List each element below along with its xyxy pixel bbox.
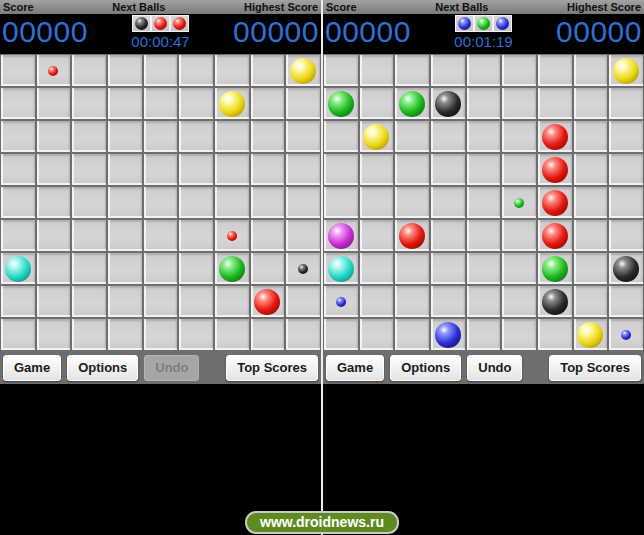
board-cell[interactable] — [431, 187, 465, 218]
board-cell[interactable] — [72, 55, 106, 86]
green-ball-big[interactable] — [542, 256, 568, 282]
board-cell[interactable] — [502, 121, 536, 152]
board-cell[interactable] — [1, 220, 35, 251]
board-cell[interactable] — [538, 220, 572, 251]
highest-score-value: 00000 — [556, 14, 642, 50]
board-cell[interactable] — [286, 286, 320, 317]
red-ball-next — [173, 17, 186, 30]
highest-score-label: Highest Score — [244, 0, 318, 14]
board-cell[interactable] — [538, 55, 572, 86]
black-ball-big[interactable] — [542, 289, 568, 315]
board-cell[interactable] — [1, 55, 35, 86]
board-cell[interactable] — [215, 253, 249, 284]
board-cell[interactable] — [538, 121, 572, 152]
board-cell[interactable] — [108, 187, 142, 218]
board-cell[interactable] — [574, 55, 608, 86]
board-cell[interactable] — [538, 187, 572, 218]
board-cell[interactable] — [72, 187, 106, 218]
yellow-ball-big[interactable] — [577, 322, 603, 348]
board-cell[interactable] — [324, 286, 358, 317]
board-cell[interactable] — [286, 55, 320, 86]
board-cell[interactable] — [251, 121, 285, 152]
highest-score-label: Highest Score — [567, 0, 641, 14]
board-cell[interactable] — [502, 253, 536, 284]
score-label: Score — [326, 0, 357, 14]
board-cell[interactable] — [360, 88, 394, 119]
board-cell[interactable] — [609, 121, 643, 152]
yellow-ball-big[interactable] — [290, 58, 316, 84]
green-ball-big[interactable] — [328, 91, 354, 117]
board-cell[interactable] — [179, 253, 213, 284]
board-cell[interactable] — [144, 154, 178, 185]
yellow-ball-big[interactable] — [613, 58, 639, 84]
board-cell[interactable] — [72, 253, 106, 284]
board-cell[interactable] — [324, 220, 358, 251]
board-cell[interactable] — [431, 253, 465, 284]
board-cell[interactable] — [144, 319, 178, 350]
board-cell[interactable] — [72, 88, 106, 119]
board-cell[interactable] — [1, 154, 35, 185]
board-cell[interactable] — [360, 55, 394, 86]
black-ball-big[interactable] — [435, 91, 461, 117]
board-cell[interactable] — [215, 286, 249, 317]
board-cell[interactable] — [431, 55, 465, 86]
board-cell[interactable] — [37, 154, 71, 185]
board-cell[interactable] — [360, 319, 394, 350]
board-cell[interactable] — [538, 88, 572, 119]
watermark-badge: www.droidnews.ru — [245, 511, 399, 534]
board-cell[interactable] — [215, 319, 249, 350]
next-balls-area: 00:00:47 — [131, 14, 189, 50]
board-cell[interactable] — [251, 286, 285, 317]
board-cell[interactable] — [431, 121, 465, 152]
button-bar: Game Options Undo Top Scores — [323, 351, 644, 384]
board-cell[interactable] — [502, 55, 536, 86]
board-cell[interactable] — [467, 286, 501, 317]
board-cell[interactable] — [538, 253, 572, 284]
board-cell[interactable] — [37, 55, 71, 86]
board-cell[interactable] — [395, 121, 429, 152]
board-cell[interactable] — [609, 253, 643, 284]
board-cell[interactable] — [395, 253, 429, 284]
board-cell[interactable] — [395, 88, 429, 119]
board-cell[interactable] — [72, 121, 106, 152]
board-cell[interactable] — [538, 286, 572, 317]
board-cell[interactable] — [286, 187, 320, 218]
next-ball-cell — [171, 16, 188, 31]
page: Score Next Balls Highest Score 00000 00:… — [0, 0, 644, 535]
board-cell[interactable] — [1, 319, 35, 350]
elapsed-time: 00:00:47 — [131, 33, 189, 50]
board-cell[interactable] — [1, 121, 35, 152]
red-ball-big[interactable] — [542, 223, 568, 249]
score-value: 00000 — [2, 14, 88, 50]
blue-ball-small[interactable] — [621, 330, 631, 340]
board-cell[interactable] — [502, 319, 536, 350]
board-cell[interactable] — [144, 220, 178, 251]
board-cell[interactable] — [324, 88, 358, 119]
board-cell[interactable] — [108, 319, 142, 350]
yellow-ball-big[interactable] — [219, 91, 245, 117]
board-cell[interactable] — [324, 154, 358, 185]
board-cell[interactable] — [395, 187, 429, 218]
board-cell[interactable] — [251, 88, 285, 119]
red-ball-next — [154, 17, 167, 30]
board-cell[interactable] — [609, 286, 643, 317]
board-cell[interactable] — [467, 88, 501, 119]
board-cell[interactable] — [1, 187, 35, 218]
red-ball-big[interactable] — [542, 124, 568, 150]
board-cell[interactable] — [286, 220, 320, 251]
board-cell[interactable] — [502, 88, 536, 119]
board-cell[interactable] — [502, 286, 536, 317]
next-ball-cell — [456, 16, 473, 31]
black-ball-big[interactable] — [613, 256, 639, 282]
board-cell[interactable] — [144, 55, 178, 86]
yellow-ball-big[interactable] — [363, 124, 389, 150]
next-balls-label: Next Balls — [112, 0, 165, 14]
board-cell[interactable] — [108, 55, 142, 86]
board-cell[interactable] — [215, 121, 249, 152]
board-cell[interactable] — [144, 187, 178, 218]
board-cell[interactable] — [37, 286, 71, 317]
board-cell[interactable] — [360, 121, 394, 152]
board-cell[interactable] — [467, 319, 501, 350]
board-cell[interactable] — [574, 88, 608, 119]
board-cell[interactable] — [360, 220, 394, 251]
board-cell[interactable] — [251, 220, 285, 251]
red-ball-small[interactable] — [227, 231, 237, 241]
board-cell[interactable] — [431, 88, 465, 119]
game-button[interactable]: Game — [326, 355, 384, 381]
board-cell[interactable] — [286, 319, 320, 350]
board-cell[interactable] — [251, 154, 285, 185]
board-cell[interactable] — [215, 55, 249, 86]
score-bar: 00000 00:00:47 00000 — [0, 14, 321, 54]
board-cell[interactable] — [467, 253, 501, 284]
red-ball-big[interactable] — [542, 190, 568, 216]
blue-ball-next — [496, 17, 509, 30]
board-cell[interactable] — [1, 286, 35, 317]
board-cell[interactable] — [144, 253, 178, 284]
undo-button[interactable]: Undo — [144, 355, 199, 381]
board-cell[interactable] — [215, 88, 249, 119]
board-cell[interactable] — [395, 154, 429, 185]
board-cell[interactable] — [144, 286, 178, 317]
board-cell[interactable] — [395, 286, 429, 317]
game-board[interactable] — [0, 54, 321, 351]
board-cell[interactable] — [467, 187, 501, 218]
red-ball-big[interactable] — [399, 223, 425, 249]
board-cell[interactable] — [37, 253, 71, 284]
board-cell[interactable] — [431, 154, 465, 185]
board-cell[interactable] — [395, 319, 429, 350]
board-cell[interactable] — [360, 253, 394, 284]
board-cell[interactable] — [286, 121, 320, 152]
top-scores-button[interactable]: Top Scores — [226, 355, 318, 381]
board-cell[interactable] — [179, 121, 213, 152]
next-balls-tray — [455, 15, 512, 32]
board-cell[interactable] — [609, 220, 643, 251]
board-cell[interactable] — [179, 187, 213, 218]
next-balls-tray — [132, 15, 189, 32]
board-cell[interactable] — [431, 319, 465, 350]
board-cell[interactable] — [467, 154, 501, 185]
board-cell[interactable] — [72, 286, 106, 317]
board-cell[interactable] — [179, 154, 213, 185]
board-cell[interactable] — [324, 121, 358, 152]
board-cell[interactable] — [108, 220, 142, 251]
options-button[interactable]: Options — [390, 355, 461, 381]
black-ball-next — [135, 17, 148, 30]
board-cell[interactable] — [286, 253, 320, 284]
header-bar: Score Next Balls Highest Score — [0, 0, 321, 14]
header-bar: Score Next Balls Highest Score — [323, 0, 644, 14]
board-cell[interactable] — [37, 88, 71, 119]
options-button[interactable]: Options — [67, 355, 138, 381]
next-ball-cell — [133, 16, 150, 31]
board-cell[interactable] — [179, 55, 213, 86]
board-cell[interactable] — [502, 220, 536, 251]
board-cell[interactable] — [37, 220, 71, 251]
board-cell[interactable] — [609, 55, 643, 86]
board-cell[interactable] — [37, 187, 71, 218]
game-panel-right: Score Next Balls Highest Score 00000 00:… — [323, 0, 644, 535]
board-cell[interactable] — [286, 88, 320, 119]
board-cell[interactable] — [609, 88, 643, 119]
next-ball-cell — [475, 16, 492, 31]
green-ball-next — [477, 17, 490, 30]
board-cell[interactable] — [251, 253, 285, 284]
green-ball-big[interactable] — [399, 91, 425, 117]
board-cell[interactable] — [37, 319, 71, 350]
board-cell[interactable] — [215, 220, 249, 251]
game-board[interactable] — [323, 54, 644, 351]
board-cell[interactable] — [179, 286, 213, 317]
next-ball-cell — [494, 16, 511, 31]
panel-divider — [321, 0, 323, 535]
board-cell[interactable] — [144, 121, 178, 152]
score-bar: 00000 00:01:19 00000 — [323, 14, 644, 54]
board-cell[interactable] — [609, 187, 643, 218]
board-cell[interactable] — [609, 319, 643, 350]
game-panel-left: Score Next Balls Highest Score 00000 00:… — [0, 0, 321, 535]
undo-button[interactable]: Undo — [467, 355, 522, 381]
board-cell[interactable] — [324, 55, 358, 86]
board-cell[interactable] — [538, 154, 572, 185]
board-cell[interactable] — [574, 121, 608, 152]
board-cell[interactable] — [286, 154, 320, 185]
score-value: 00000 — [325, 14, 411, 50]
next-balls-area: 00:01:19 — [454, 14, 512, 50]
board-cell[interactable] — [251, 319, 285, 350]
board-cell[interactable] — [251, 55, 285, 86]
board-cell[interactable] — [324, 319, 358, 350]
board-cell[interactable] — [502, 187, 536, 218]
red-ball-big[interactable] — [254, 289, 280, 315]
score-label: Score — [3, 0, 34, 14]
green-ball-small[interactable] — [514, 198, 524, 208]
game-button[interactable]: Game — [3, 355, 61, 381]
cyan-ball-big[interactable] — [5, 256, 31, 282]
button-bar: Game Options Undo Top Scores — [0, 351, 321, 384]
blue-ball-next — [458, 17, 471, 30]
board-cell[interactable] — [37, 121, 71, 152]
board-cell[interactable] — [72, 220, 106, 251]
board-cell[interactable] — [574, 286, 608, 317]
board-cell[interactable] — [108, 286, 142, 317]
board-cell[interactable] — [179, 220, 213, 251]
board-cell[interactable] — [108, 121, 142, 152]
board-cell[interactable] — [1, 88, 35, 119]
board-cell[interactable] — [360, 187, 394, 218]
board-cell[interactable] — [574, 187, 608, 218]
board-cell[interactable] — [215, 187, 249, 218]
board-cell[interactable] — [179, 319, 213, 350]
elapsed-time: 00:01:19 — [454, 33, 512, 50]
board-cell[interactable] — [395, 220, 429, 251]
blue-ball-big[interactable] — [435, 322, 461, 348]
board-cell[interactable] — [108, 88, 142, 119]
board-cell[interactable] — [108, 253, 142, 284]
board-cell[interactable] — [1, 253, 35, 284]
cyan-ball-big[interactable] — [328, 256, 354, 282]
board-cell[interactable] — [467, 121, 501, 152]
board-cell[interactable] — [431, 220, 465, 251]
magenta-ball-big[interactable] — [328, 223, 354, 249]
board-cell[interactable] — [72, 154, 106, 185]
board-cell[interactable] — [324, 187, 358, 218]
board-cell[interactable] — [144, 88, 178, 119]
board-cell[interactable] — [574, 154, 608, 185]
board-cell[interactable] — [609, 154, 643, 185]
next-balls-label: Next Balls — [435, 0, 488, 14]
board-cell[interactable] — [360, 286, 394, 317]
red-ball-big[interactable] — [542, 157, 568, 183]
board-cell[interactable] — [467, 220, 501, 251]
board-cell[interactable] — [431, 286, 465, 317]
board-cell[interactable] — [360, 154, 394, 185]
highest-score-value: 00000 — [233, 14, 319, 50]
board-cell[interactable] — [502, 154, 536, 185]
board-cell[interactable] — [251, 187, 285, 218]
board-cell[interactable] — [574, 220, 608, 251]
blue-ball-small[interactable] — [336, 297, 346, 307]
board-cell[interactable] — [574, 319, 608, 350]
green-ball-big[interactable] — [219, 256, 245, 282]
board-cell[interactable] — [108, 154, 142, 185]
board-cell[interactable] — [467, 55, 501, 86]
red-ball-small[interactable] — [48, 66, 58, 76]
board-cell[interactable] — [179, 88, 213, 119]
board-cell[interactable] — [324, 253, 358, 284]
board-cell[interactable] — [215, 154, 249, 185]
top-scores-button[interactable]: Top Scores — [549, 355, 641, 381]
black-ball-small[interactable] — [298, 264, 308, 274]
board-cell[interactable] — [538, 319, 572, 350]
board-cell[interactable] — [395, 55, 429, 86]
board-cell[interactable] — [574, 253, 608, 284]
board-cell[interactable] — [72, 319, 106, 350]
next-ball-cell — [152, 16, 169, 31]
